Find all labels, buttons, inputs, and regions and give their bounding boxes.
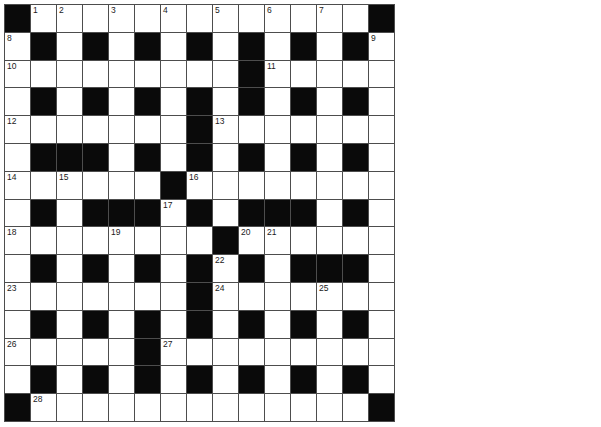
white-cell[interactable] xyxy=(57,33,83,61)
black-cell xyxy=(187,366,213,394)
black-cell xyxy=(239,200,265,228)
black-cell xyxy=(369,394,395,422)
white-cell[interactable]: 19 xyxy=(109,227,135,255)
white-cell[interactable]: 21 xyxy=(265,227,291,255)
white-cell[interactable] xyxy=(343,394,369,422)
white-cell[interactable] xyxy=(291,172,317,200)
white-cell[interactable] xyxy=(161,116,187,144)
black-cell xyxy=(239,61,265,89)
white-cell[interactable] xyxy=(161,255,187,283)
clue-number: 5 xyxy=(215,6,220,15)
white-cell[interactable] xyxy=(213,366,239,394)
white-cell[interactable] xyxy=(213,144,239,172)
white-cell[interactable] xyxy=(239,116,265,144)
black-cell xyxy=(5,394,31,422)
black-cell xyxy=(213,227,239,255)
white-cell[interactable] xyxy=(135,394,161,422)
white-cell[interactable] xyxy=(57,227,83,255)
white-cell[interactable] xyxy=(265,339,291,367)
white-cell[interactable] xyxy=(369,200,395,228)
white-cell[interactable] xyxy=(31,227,57,255)
black-cell xyxy=(83,200,109,228)
black-cell xyxy=(291,200,317,228)
clue-number: 14 xyxy=(7,173,16,182)
clue-number: 1 xyxy=(33,6,38,15)
black-cell xyxy=(291,144,317,172)
white-cell[interactable] xyxy=(213,172,239,200)
white-cell[interactable]: 8 xyxy=(5,33,31,61)
black-cell xyxy=(343,311,369,339)
black-cell xyxy=(239,88,265,116)
clue-number: 26 xyxy=(7,340,16,349)
white-cell[interactable]: 6 xyxy=(265,5,291,33)
white-cell[interactable] xyxy=(109,255,135,283)
black-cell xyxy=(343,88,369,116)
clue-number: 7 xyxy=(319,6,324,15)
black-cell xyxy=(83,88,109,116)
white-cell[interactable] xyxy=(265,255,291,283)
black-cell xyxy=(239,255,265,283)
black-cell xyxy=(317,255,343,283)
black-cell xyxy=(135,144,161,172)
white-cell[interactable] xyxy=(291,227,317,255)
clue-number: 12 xyxy=(7,117,16,126)
white-cell[interactable] xyxy=(265,116,291,144)
clue-number: 24 xyxy=(215,284,224,293)
white-cell[interactable] xyxy=(369,255,395,283)
clue-number: 16 xyxy=(189,173,198,182)
white-cell[interactable] xyxy=(343,61,369,89)
white-cell[interactable] xyxy=(31,172,57,200)
white-cell[interactable] xyxy=(213,33,239,61)
white-cell[interactable] xyxy=(109,144,135,172)
crossword-board: 1234567891011121314151617181920212223242… xyxy=(4,4,395,422)
white-cell[interactable] xyxy=(109,339,135,367)
clue-number: 3 xyxy=(111,6,116,15)
white-cell[interactable] xyxy=(5,311,31,339)
white-cell[interactable] xyxy=(57,394,83,422)
white-cell[interactable] xyxy=(135,116,161,144)
black-cell xyxy=(135,255,161,283)
black-cell xyxy=(31,255,57,283)
black-cell xyxy=(31,144,57,172)
white-cell[interactable] xyxy=(291,283,317,311)
black-cell xyxy=(31,33,57,61)
clue-number: 17 xyxy=(163,201,172,210)
white-cell[interactable] xyxy=(369,339,395,367)
black-cell xyxy=(109,200,135,228)
white-cell[interactable] xyxy=(291,339,317,367)
black-cell xyxy=(135,88,161,116)
black-cell xyxy=(31,88,57,116)
white-cell[interactable] xyxy=(109,366,135,394)
black-cell xyxy=(265,200,291,228)
clue-number: 28 xyxy=(33,395,42,404)
white-cell[interactable]: 7 xyxy=(317,5,343,33)
black-cell xyxy=(31,366,57,394)
white-cell[interactable] xyxy=(213,61,239,89)
white-cell[interactable]: 5 xyxy=(213,5,239,33)
white-cell[interactable]: 22 xyxy=(213,255,239,283)
white-cell[interactable] xyxy=(109,311,135,339)
clue-number: 9 xyxy=(371,34,376,43)
clue-number: 15 xyxy=(59,173,68,182)
white-cell[interactable] xyxy=(265,33,291,61)
white-cell[interactable]: 17 xyxy=(161,200,187,228)
white-cell[interactable] xyxy=(161,61,187,89)
white-cell[interactable] xyxy=(31,339,57,367)
white-cell[interactable] xyxy=(83,283,109,311)
white-cell[interactable] xyxy=(31,116,57,144)
white-cell[interactable] xyxy=(109,283,135,311)
white-cell[interactable] xyxy=(57,255,83,283)
clue-number: 19 xyxy=(111,228,120,237)
black-cell xyxy=(291,366,317,394)
white-cell[interactable] xyxy=(291,394,317,422)
white-cell[interactable] xyxy=(83,394,109,422)
white-cell[interactable] xyxy=(83,227,109,255)
white-cell[interactable] xyxy=(83,61,109,89)
white-cell[interactable] xyxy=(57,283,83,311)
black-cell xyxy=(239,144,265,172)
white-cell[interactable] xyxy=(317,61,343,89)
white-cell[interactable] xyxy=(57,61,83,89)
black-cell xyxy=(135,339,161,367)
white-cell[interactable] xyxy=(317,311,343,339)
white-cell[interactable]: 27 xyxy=(161,339,187,367)
black-cell xyxy=(83,33,109,61)
white-cell[interactable] xyxy=(239,283,265,311)
white-cell[interactable] xyxy=(187,339,213,367)
white-cell[interactable] xyxy=(291,5,317,33)
black-cell xyxy=(187,33,213,61)
black-cell xyxy=(187,116,213,144)
black-cell xyxy=(83,366,109,394)
black-cell xyxy=(343,33,369,61)
clue-number: 20 xyxy=(241,228,250,237)
black-cell xyxy=(161,172,187,200)
white-cell[interactable] xyxy=(343,339,369,367)
white-cell[interactable] xyxy=(57,200,83,228)
white-cell[interactable] xyxy=(213,394,239,422)
white-cell[interactable] xyxy=(109,61,135,89)
white-cell[interactable]: 3 xyxy=(109,5,135,33)
black-cell xyxy=(239,311,265,339)
white-cell[interactable] xyxy=(187,5,213,33)
white-cell[interactable] xyxy=(5,366,31,394)
white-cell[interactable] xyxy=(239,394,265,422)
white-cell[interactable] xyxy=(213,200,239,228)
white-cell[interactable] xyxy=(239,172,265,200)
black-cell xyxy=(369,5,395,33)
white-cell[interactable] xyxy=(369,311,395,339)
white-cell[interactable] xyxy=(369,227,395,255)
white-cell[interactable] xyxy=(187,227,213,255)
white-cell[interactable] xyxy=(109,33,135,61)
white-cell[interactable] xyxy=(57,116,83,144)
white-cell[interactable] xyxy=(317,200,343,228)
clue-number: 23 xyxy=(7,284,16,293)
black-cell xyxy=(187,144,213,172)
white-cell[interactable] xyxy=(369,144,395,172)
black-cell xyxy=(343,200,369,228)
black-cell xyxy=(239,366,265,394)
clue-number: 25 xyxy=(319,284,328,293)
white-cell[interactable] xyxy=(213,88,239,116)
white-cell[interactable] xyxy=(57,88,83,116)
white-cell[interactable] xyxy=(135,172,161,200)
white-cell[interactable] xyxy=(369,88,395,116)
white-cell[interactable] xyxy=(109,172,135,200)
black-cell xyxy=(291,88,317,116)
clue-number: 21 xyxy=(267,228,276,237)
white-cell[interactable] xyxy=(265,283,291,311)
black-cell xyxy=(187,311,213,339)
white-cell[interactable] xyxy=(57,366,83,394)
white-cell[interactable] xyxy=(343,5,369,33)
black-cell xyxy=(187,283,213,311)
white-cell[interactable] xyxy=(161,144,187,172)
black-cell xyxy=(343,144,369,172)
white-cell[interactable] xyxy=(109,116,135,144)
white-cell[interactable] xyxy=(135,5,161,33)
black-cell xyxy=(343,366,369,394)
black-cell xyxy=(291,255,317,283)
white-cell[interactable] xyxy=(317,394,343,422)
black-cell xyxy=(31,200,57,228)
white-cell[interactable] xyxy=(83,5,109,33)
white-cell[interactable] xyxy=(343,283,369,311)
white-cell[interactable] xyxy=(265,366,291,394)
white-cell[interactable] xyxy=(83,116,109,144)
clue-number: 2 xyxy=(59,6,64,15)
white-cell[interactable]: 12 xyxy=(5,116,31,144)
clue-number: 13 xyxy=(215,117,224,126)
white-cell[interactable]: 10 xyxy=(5,61,31,89)
white-cell[interactable] xyxy=(5,255,31,283)
white-cell[interactable] xyxy=(343,227,369,255)
white-cell[interactable] xyxy=(369,172,395,200)
clue-number: 27 xyxy=(163,340,172,349)
white-cell[interactable] xyxy=(265,144,291,172)
white-cell[interactable] xyxy=(213,339,239,367)
black-cell xyxy=(135,311,161,339)
white-cell[interactable] xyxy=(265,88,291,116)
white-cell[interactable] xyxy=(161,227,187,255)
clue-number: 6 xyxy=(267,6,272,15)
white-cell[interactable] xyxy=(317,366,343,394)
white-cell[interactable]: 25 xyxy=(317,283,343,311)
white-cell[interactable] xyxy=(343,116,369,144)
white-cell[interactable] xyxy=(369,366,395,394)
white-cell[interactable] xyxy=(213,311,239,339)
white-cell[interactable]: 4 xyxy=(161,5,187,33)
white-cell[interactable] xyxy=(57,311,83,339)
white-cell[interactable]: 18 xyxy=(5,227,31,255)
black-cell xyxy=(83,144,109,172)
black-cell xyxy=(83,311,109,339)
white-cell[interactable] xyxy=(291,116,317,144)
black-cell xyxy=(57,144,83,172)
white-cell[interactable] xyxy=(291,61,317,89)
black-cell xyxy=(31,311,57,339)
black-cell xyxy=(239,33,265,61)
clue-number: 8 xyxy=(7,34,12,43)
white-cell[interactable]: 28 xyxy=(31,394,57,422)
white-cell[interactable]: 16 xyxy=(187,172,213,200)
white-cell[interactable] xyxy=(135,283,161,311)
white-cell[interactable] xyxy=(317,144,343,172)
white-cell[interactable] xyxy=(317,116,343,144)
white-cell[interactable] xyxy=(161,33,187,61)
white-cell[interactable] xyxy=(109,88,135,116)
white-cell[interactable] xyxy=(135,227,161,255)
white-cell[interactable]: 20 xyxy=(239,227,265,255)
white-cell[interactable] xyxy=(317,33,343,61)
white-cell[interactable] xyxy=(31,61,57,89)
white-cell[interactable] xyxy=(83,172,109,200)
white-cell[interactable] xyxy=(161,394,187,422)
white-cell[interactable]: 26 xyxy=(5,339,31,367)
white-cell[interactable] xyxy=(187,61,213,89)
white-cell[interactable] xyxy=(161,366,187,394)
white-cell[interactable] xyxy=(265,394,291,422)
white-cell[interactable]: 14 xyxy=(5,172,31,200)
white-cell[interactable] xyxy=(187,394,213,422)
white-cell[interactable] xyxy=(317,339,343,367)
black-cell xyxy=(83,255,109,283)
white-cell[interactable] xyxy=(369,283,395,311)
white-cell[interactable] xyxy=(135,61,161,89)
white-cell[interactable] xyxy=(31,283,57,311)
clue-number: 22 xyxy=(215,256,224,265)
black-cell xyxy=(135,33,161,61)
white-cell[interactable]: 15 xyxy=(57,172,83,200)
black-cell xyxy=(291,33,317,61)
white-cell[interactable]: 24 xyxy=(213,283,239,311)
white-cell[interactable] xyxy=(161,88,187,116)
black-cell xyxy=(187,255,213,283)
white-cell[interactable] xyxy=(369,61,395,89)
white-cell[interactable]: 9 xyxy=(369,33,395,61)
white-cell[interactable]: 23 xyxy=(5,283,31,311)
clue-number: 4 xyxy=(163,6,168,15)
white-cell[interactable] xyxy=(343,172,369,200)
black-cell xyxy=(187,88,213,116)
white-cell[interactable] xyxy=(239,5,265,33)
white-cell[interactable] xyxy=(5,200,31,228)
black-cell xyxy=(291,311,317,339)
white-cell[interactable]: 13 xyxy=(213,116,239,144)
white-cell[interactable] xyxy=(239,339,265,367)
white-cell[interactable] xyxy=(317,88,343,116)
white-cell[interactable] xyxy=(5,88,31,116)
white-cell[interactable]: 2 xyxy=(57,5,83,33)
clue-number: 10 xyxy=(7,62,16,71)
white-cell[interactable] xyxy=(5,144,31,172)
clue-number: 11 xyxy=(267,62,276,71)
white-cell[interactable] xyxy=(161,311,187,339)
white-cell[interactable] xyxy=(161,283,187,311)
black-cell xyxy=(343,255,369,283)
clue-number: 18 xyxy=(7,228,16,237)
page-canvas: 1234567891011121314151617181920212223242… xyxy=(0,0,601,427)
black-cell xyxy=(135,200,161,228)
white-cell[interactable] xyxy=(369,116,395,144)
white-cell[interactable] xyxy=(317,227,343,255)
white-cell[interactable] xyxy=(57,339,83,367)
white-cell[interactable]: 11 xyxy=(265,61,291,89)
white-cell[interactable] xyxy=(265,172,291,200)
white-cell[interactable]: 1 xyxy=(31,5,57,33)
black-cell xyxy=(187,200,213,228)
white-cell[interactable] xyxy=(317,172,343,200)
white-cell[interactable] xyxy=(109,394,135,422)
black-cell xyxy=(5,5,31,33)
white-cell[interactable] xyxy=(83,339,109,367)
black-cell xyxy=(135,366,161,394)
white-cell[interactable] xyxy=(265,311,291,339)
